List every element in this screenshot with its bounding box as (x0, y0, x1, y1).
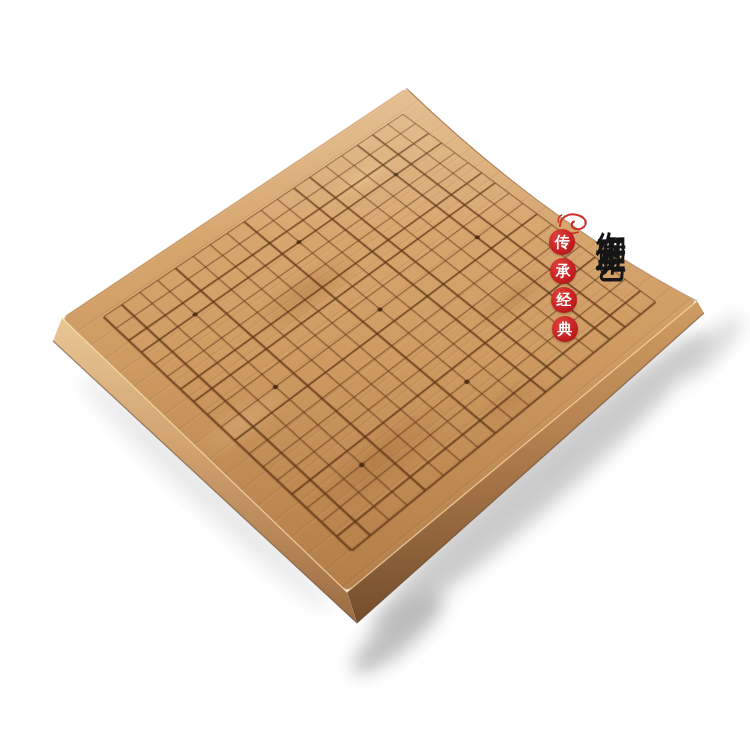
board-side-left (53, 318, 357, 623)
slogan-badge: 传 (549, 229, 575, 255)
slogan-badge: 承 (550, 258, 576, 284)
brand-calligraphy: 御雅工艺 (596, 202, 626, 218)
slogan-badges: 传承经典 (549, 229, 578, 342)
board-edges-overlay (0, 0, 750, 750)
slogan-badge: 经 (551, 287, 577, 313)
board-edge-highlight (62, 301, 697, 592)
product-photo-stage: 御雅工艺 传承经典 (0, 0, 750, 750)
board-side-right (347, 301, 704, 623)
slogan-badge: 典 (552, 316, 578, 342)
